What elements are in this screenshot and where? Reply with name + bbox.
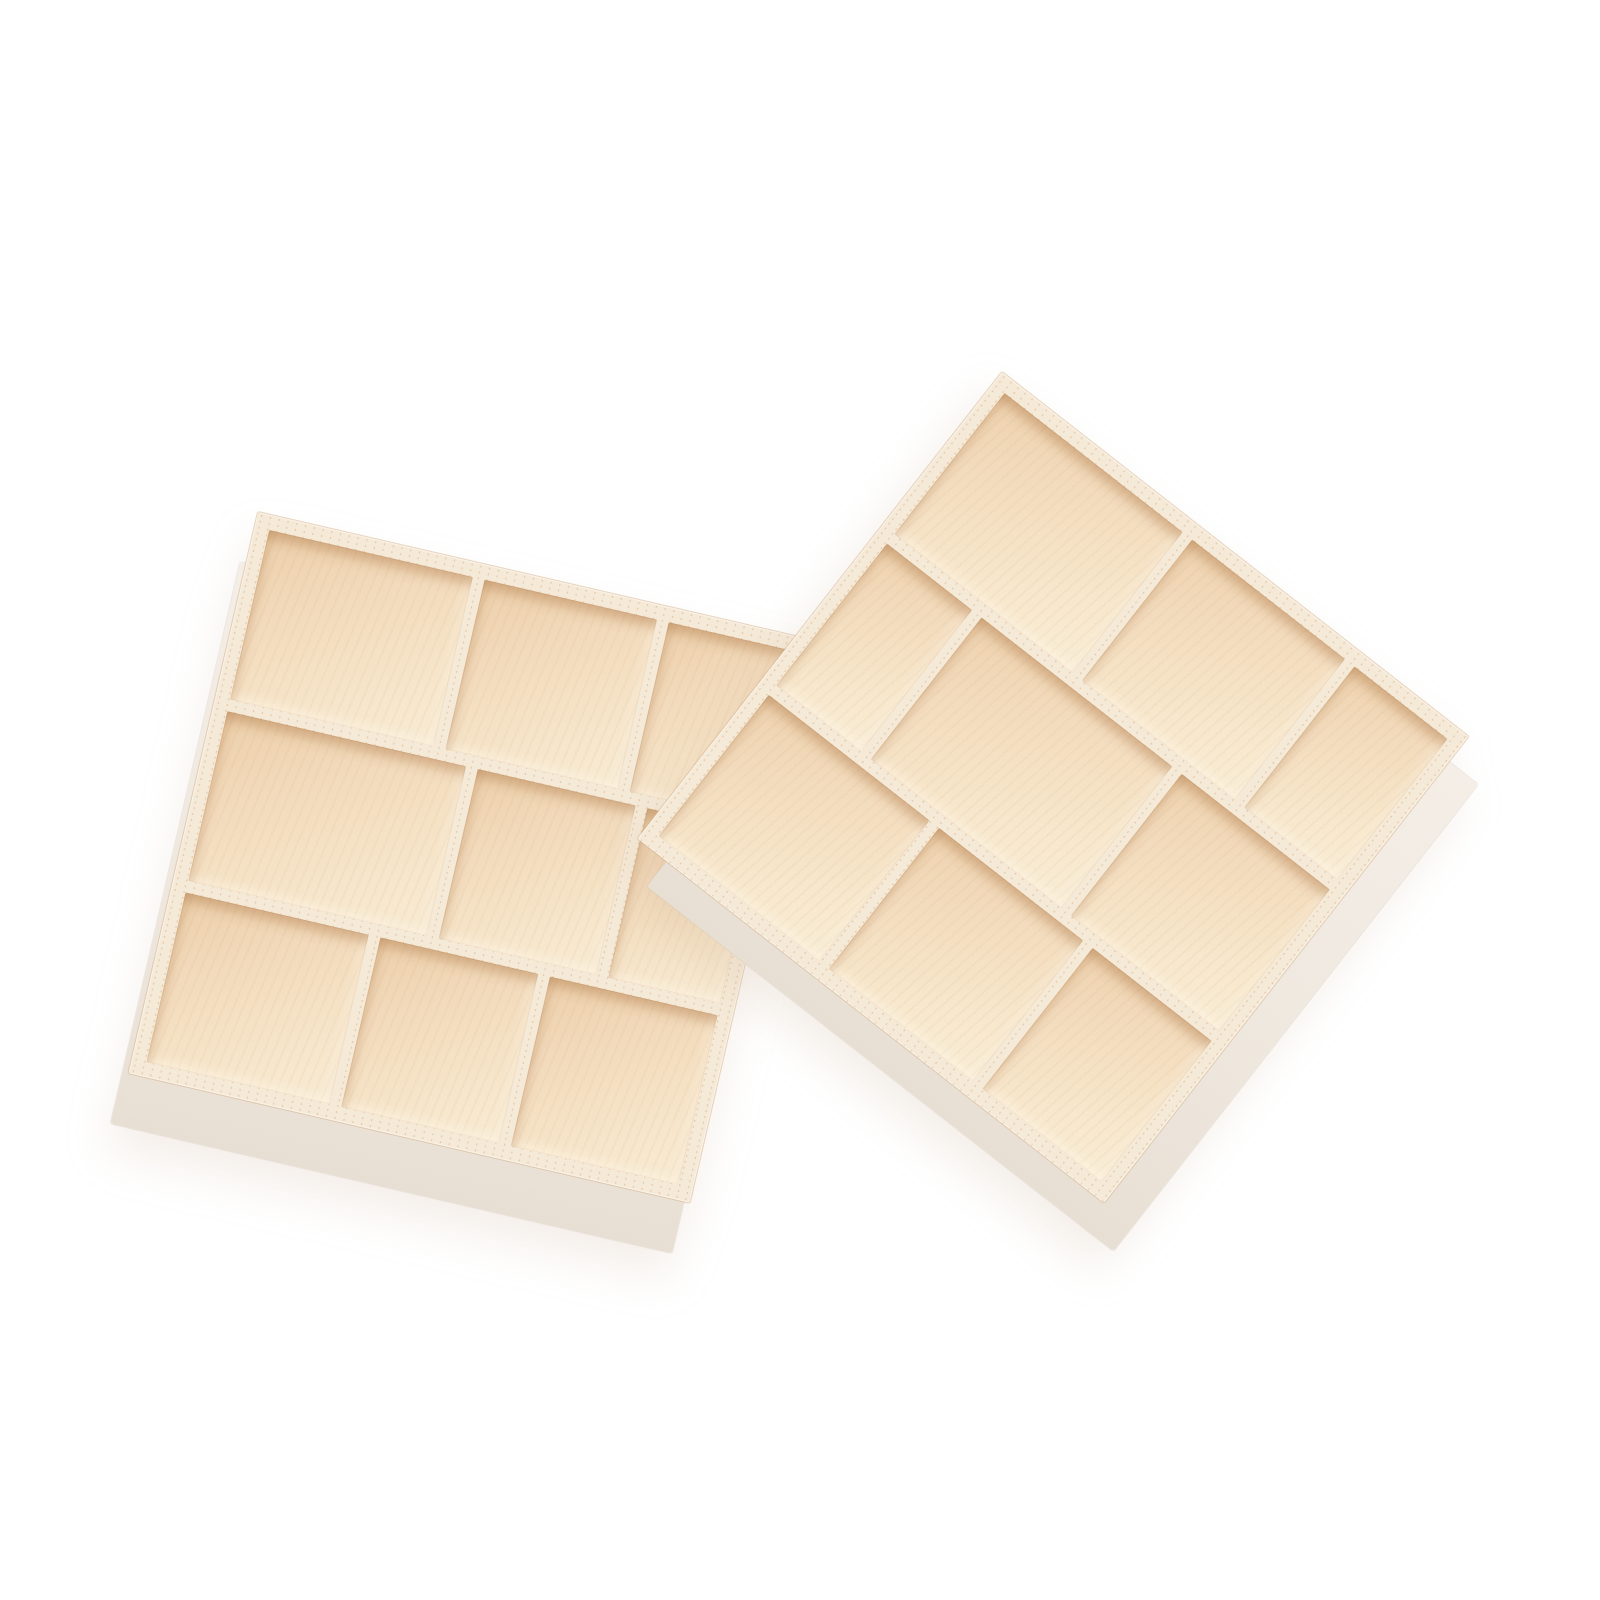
compartment bbox=[341, 937, 538, 1143]
compartment bbox=[511, 977, 718, 1185]
compartment bbox=[230, 530, 473, 747]
tray-right-top-face bbox=[638, 372, 1469, 1203]
product-photo-canvas bbox=[0, 0, 1600, 1600]
compartment bbox=[439, 769, 636, 975]
tray-right bbox=[638, 372, 1469, 1203]
compartment bbox=[445, 580, 657, 789]
compartment bbox=[146, 892, 368, 1104]
